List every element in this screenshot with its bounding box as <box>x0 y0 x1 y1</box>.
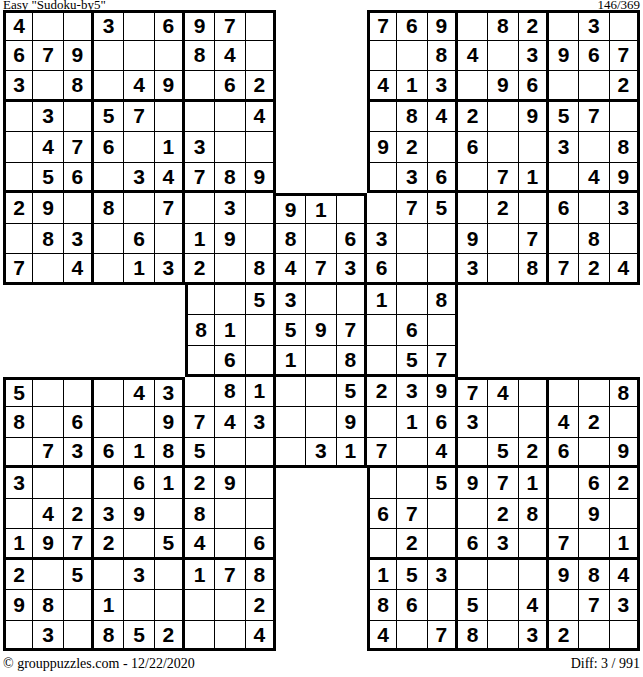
cell-r6c17[interactable]: 7 <box>488 163 518 194</box>
cell-r9c12[interactable]: 3 <box>337 254 367 285</box>
cell-r9c16[interactable]: 3 <box>458 254 488 285</box>
cell-r2c17[interactable] <box>488 41 518 72</box>
cell-r20c9[interactable]: 2 <box>246 590 276 621</box>
cell-r1c9[interactable] <box>246 10 276 41</box>
cell-r7c13[interactable] <box>367 193 397 224</box>
cell-r5c5[interactable] <box>124 132 154 163</box>
cell-r14c3[interactable]: 6 <box>64 407 94 438</box>
cell-r5c1[interactable] <box>3 132 33 163</box>
cell-r5c2[interactable]: 4 <box>33 132 63 163</box>
cell-r8c16[interactable]: 9 <box>458 224 488 255</box>
cell-r16c18[interactable]: 1 <box>519 468 549 499</box>
cell-r14c14[interactable]: 1 <box>397 407 427 438</box>
cell-r21c19[interactable]: 2 <box>549 621 579 652</box>
cell-r17c1[interactable] <box>3 499 33 530</box>
cell-r7c21[interactable]: 3 <box>610 193 640 224</box>
cell-r8c19[interactable] <box>549 224 579 255</box>
cell-r9c21[interactable]: 4 <box>610 254 640 285</box>
cell-r21c6[interactable]: 2 <box>155 621 185 652</box>
cell-r1c6[interactable]: 6 <box>155 10 185 41</box>
cell-r6c13[interactable] <box>367 163 397 194</box>
cell-r9c13[interactable]: 6 <box>367 254 397 285</box>
cell-r12c10[interactable]: 1 <box>276 346 306 377</box>
cell-r17c20[interactable]: 9 <box>579 499 609 530</box>
cell-r8c11[interactable] <box>306 224 336 255</box>
cell-r11c14[interactable]: 6 <box>397 315 427 346</box>
cell-r5c6[interactable]: 1 <box>155 132 185 163</box>
cell-r15c16[interactable] <box>458 438 488 469</box>
cell-r20c4[interactable]: 1 <box>94 590 124 621</box>
cell-r14c18[interactable] <box>519 407 549 438</box>
cell-r17c7[interactable]: 8 <box>185 499 215 530</box>
cell-r11c13[interactable] <box>367 315 397 346</box>
cell-r2c15[interactable]: 8 <box>428 41 458 72</box>
cell-r1c16[interactable] <box>458 10 488 41</box>
cell-r20c5[interactable] <box>124 590 154 621</box>
cell-r19c13[interactable]: 1 <box>367 560 397 591</box>
cell-r11c10[interactable]: 5 <box>276 315 306 346</box>
cell-r15c10[interactable] <box>276 438 306 469</box>
cell-r5c3[interactable]: 7 <box>64 132 94 163</box>
cell-r8c15[interactable] <box>428 224 458 255</box>
cell-r17c19[interactable] <box>549 499 579 530</box>
cell-r20c13[interactable]: 8 <box>367 590 397 621</box>
cell-r14c4[interactable] <box>94 407 124 438</box>
cell-r6c5[interactable]: 3 <box>124 163 154 194</box>
cell-r18c2[interactable]: 9 <box>33 529 63 560</box>
cell-r15c20[interactable] <box>579 438 609 469</box>
cell-r5c13[interactable]: 9 <box>367 132 397 163</box>
cell-r4c4[interactable]: 5 <box>94 102 124 133</box>
cell-r20c17[interactable] <box>488 590 518 621</box>
cell-r14c11[interactable] <box>306 407 336 438</box>
cell-r15c5[interactable]: 1 <box>124 438 154 469</box>
cell-r15c7[interactable]: 5 <box>185 438 215 469</box>
cell-r16c1[interactable]: 3 <box>3 468 33 499</box>
cell-r15c2[interactable]: 7 <box>33 438 63 469</box>
cell-r5c4[interactable]: 6 <box>94 132 124 163</box>
cell-r14c8[interactable]: 4 <box>215 407 245 438</box>
cell-r13c17[interactable]: 4 <box>488 377 518 408</box>
cell-r14c20[interactable]: 2 <box>579 407 609 438</box>
cell-r15c4[interactable]: 6 <box>94 438 124 469</box>
cell-r20c2[interactable]: 8 <box>33 590 63 621</box>
cell-r21c3[interactable] <box>64 621 94 652</box>
cell-r21c17[interactable] <box>488 621 518 652</box>
cell-r19c14[interactable]: 5 <box>397 560 427 591</box>
cell-r19c9[interactable]: 8 <box>246 560 276 591</box>
cell-r3c6[interactable]: 9 <box>155 71 185 102</box>
cell-r6c9[interactable]: 9 <box>246 163 276 194</box>
cell-r14c13[interactable] <box>367 407 397 438</box>
cell-r4c19[interactable]: 5 <box>549 102 579 133</box>
cell-r5c21[interactable]: 8 <box>610 132 640 163</box>
cell-r8c13[interactable]: 3 <box>367 224 397 255</box>
cell-r6c4[interactable] <box>94 163 124 194</box>
cell-r9c20[interactable]: 2 <box>579 254 609 285</box>
cell-r8c4[interactable] <box>94 224 124 255</box>
cell-r12c14[interactable]: 5 <box>397 346 427 377</box>
cell-r17c16[interactable] <box>458 499 488 530</box>
cell-r4c8[interactable] <box>215 102 245 133</box>
cell-r7c18[interactable] <box>519 193 549 224</box>
cell-r13c11[interactable] <box>306 377 336 408</box>
cell-r21c9[interactable]: 4 <box>246 621 276 652</box>
cell-r5c8[interactable] <box>215 132 245 163</box>
cell-r1c7[interactable]: 9 <box>185 10 215 41</box>
cell-r1c4[interactable]: 3 <box>94 10 124 41</box>
cell-r21c13[interactable]: 4 <box>367 621 397 652</box>
cell-r16c5[interactable]: 6 <box>124 468 154 499</box>
cell-r7c1[interactable]: 2 <box>3 193 33 224</box>
cell-r19c8[interactable]: 7 <box>215 560 245 591</box>
cell-r11c7[interactable]: 8 <box>185 315 215 346</box>
cell-r20c3[interactable] <box>64 590 94 621</box>
cell-r6c2[interactable]: 5 <box>33 163 63 194</box>
cell-r2c14[interactable] <box>397 41 427 72</box>
cell-r2c21[interactable]: 7 <box>610 41 640 72</box>
cell-r4c16[interactable]: 2 <box>458 102 488 133</box>
cell-r3c8[interactable]: 6 <box>215 71 245 102</box>
cell-r13c18[interactable] <box>519 377 549 408</box>
cell-r19c2[interactable] <box>33 560 63 591</box>
cell-r10c11[interactable] <box>306 285 336 316</box>
cell-r17c13[interactable]: 6 <box>367 499 397 530</box>
cell-r5c18[interactable] <box>519 132 549 163</box>
cell-r14c1[interactable]: 8 <box>3 407 33 438</box>
cell-r2c7[interactable]: 8 <box>185 41 215 72</box>
cell-r4c20[interactable]: 7 <box>579 102 609 133</box>
cell-r1c3[interactable] <box>64 10 94 41</box>
cell-r14c2[interactable] <box>33 407 63 438</box>
cell-r3c9[interactable]: 2 <box>246 71 276 102</box>
cell-r9c17[interactable] <box>488 254 518 285</box>
cell-r11c8[interactable]: 1 <box>215 315 245 346</box>
cell-r17c8[interactable] <box>215 499 245 530</box>
cell-r12c9[interactable] <box>246 346 276 377</box>
cell-r13c9[interactable]: 1 <box>246 377 276 408</box>
cell-r17c17[interactable]: 2 <box>488 499 518 530</box>
cell-r14c7[interactable]: 7 <box>185 407 215 438</box>
cell-r2c2[interactable]: 7 <box>33 41 63 72</box>
cell-r2c13[interactable] <box>367 41 397 72</box>
cell-r21c20[interactable] <box>579 621 609 652</box>
cell-r15c14[interactable] <box>397 438 427 469</box>
cell-r21c16[interactable]: 8 <box>458 621 488 652</box>
cell-r2c16[interactable]: 4 <box>458 41 488 72</box>
cell-r20c7[interactable] <box>185 590 215 621</box>
cell-r18c5[interactable] <box>124 529 154 560</box>
cell-r15c21[interactable]: 9 <box>610 438 640 469</box>
cell-r16c14[interactable] <box>397 468 427 499</box>
cell-r8c6[interactable] <box>155 224 185 255</box>
cell-r16c19[interactable] <box>549 468 579 499</box>
cell-r16c13[interactable] <box>367 468 397 499</box>
cell-r19c1[interactable]: 2 <box>3 560 33 591</box>
cell-r3c21[interactable]: 2 <box>610 71 640 102</box>
cell-r16c8[interactable]: 9 <box>215 468 245 499</box>
cell-r6c21[interactable]: 9 <box>610 163 640 194</box>
cell-r13c6[interactable]: 3 <box>155 377 185 408</box>
cell-r9c15[interactable] <box>428 254 458 285</box>
cell-r3c15[interactable]: 3 <box>428 71 458 102</box>
cell-r13c10[interactable] <box>276 377 306 408</box>
cell-r2c9[interactable] <box>246 41 276 72</box>
cell-r12c8[interactable]: 6 <box>215 346 245 377</box>
cell-r7c17[interactable]: 2 <box>488 193 518 224</box>
cell-r8c5[interactable]: 6 <box>124 224 154 255</box>
cell-r7c6[interactable]: 7 <box>155 193 185 224</box>
cell-r5c16[interactable]: 6 <box>458 132 488 163</box>
cell-r16c9[interactable] <box>246 468 276 499</box>
cell-r12c15[interactable]: 7 <box>428 346 458 377</box>
cell-r11c15[interactable] <box>428 315 458 346</box>
cell-r8c1[interactable] <box>3 224 33 255</box>
cell-r16c20[interactable]: 6 <box>579 468 609 499</box>
cell-r6c8[interactable]: 8 <box>215 163 245 194</box>
cell-r5c14[interactable]: 2 <box>397 132 427 163</box>
cell-r2c20[interactable]: 6 <box>579 41 609 72</box>
cell-r21c5[interactable]: 5 <box>124 621 154 652</box>
cell-r17c15[interactable] <box>428 499 458 530</box>
cell-r15c15[interactable]: 4 <box>428 438 458 469</box>
cell-r7c20[interactable] <box>579 193 609 224</box>
cell-r13c21[interactable]: 8 <box>610 377 640 408</box>
cell-r7c15[interactable]: 5 <box>428 193 458 224</box>
cell-r19c19[interactable]: 9 <box>549 560 579 591</box>
cell-r19c20[interactable]: 8 <box>579 560 609 591</box>
cell-r8c2[interactable]: 8 <box>33 224 63 255</box>
cell-r8c9[interactable] <box>246 224 276 255</box>
cell-r18c1[interactable]: 1 <box>3 529 33 560</box>
cell-r1c21[interactable] <box>610 10 640 41</box>
cell-r9c8[interactable] <box>215 254 245 285</box>
cell-r10c13[interactable]: 1 <box>367 285 397 316</box>
cell-r13c13[interactable]: 2 <box>367 377 397 408</box>
cell-r2c8[interactable]: 4 <box>215 41 245 72</box>
cell-r15c11[interactable]: 3 <box>306 438 336 469</box>
cell-r1c5[interactable] <box>124 10 154 41</box>
cell-r15c19[interactable]: 6 <box>549 438 579 469</box>
cell-r15c9[interactable] <box>246 438 276 469</box>
cell-r16c3[interactable] <box>64 468 94 499</box>
cell-r9c10[interactable]: 4 <box>276 254 306 285</box>
cell-r21c7[interactable] <box>185 621 215 652</box>
cell-r8c14[interactable] <box>397 224 427 255</box>
cell-r12c12[interactable]: 8 <box>337 346 367 377</box>
cell-r8c3[interactable]: 3 <box>64 224 94 255</box>
cell-r9c2[interactable] <box>33 254 63 285</box>
cell-r10c9[interactable]: 5 <box>246 285 276 316</box>
cell-r16c7[interactable]: 2 <box>185 468 215 499</box>
cell-r14c17[interactable] <box>488 407 518 438</box>
cell-r14c5[interactable] <box>124 407 154 438</box>
cell-r13c5[interactable]: 4 <box>124 377 154 408</box>
cell-r4c3[interactable] <box>64 102 94 133</box>
cell-r6c3[interactable]: 6 <box>64 163 94 194</box>
cell-r20c14[interactable]: 6 <box>397 590 427 621</box>
cell-r5c15[interactable] <box>428 132 458 163</box>
cell-r13c4[interactable] <box>94 377 124 408</box>
cell-r7c5[interactable] <box>124 193 154 224</box>
cell-r12c7[interactable] <box>185 346 215 377</box>
cell-r14c12[interactable]: 9 <box>337 407 367 438</box>
cell-r2c5[interactable] <box>124 41 154 72</box>
cell-r16c17[interactable]: 7 <box>488 468 518 499</box>
cell-r12c13[interactable] <box>367 346 397 377</box>
cell-r16c6[interactable]: 1 <box>155 468 185 499</box>
cell-r9c14[interactable] <box>397 254 427 285</box>
cell-r4c7[interactable] <box>185 102 215 133</box>
cell-r5c20[interactable] <box>579 132 609 163</box>
cell-r8c8[interactable]: 9 <box>215 224 245 255</box>
cell-r19c18[interactable] <box>519 560 549 591</box>
cell-r14c9[interactable]: 3 <box>246 407 276 438</box>
cell-r6c15[interactable]: 6 <box>428 163 458 194</box>
cell-r3c14[interactable]: 1 <box>397 71 427 102</box>
cell-r9c3[interactable]: 4 <box>64 254 94 285</box>
cell-r4c9[interactable]: 4 <box>246 102 276 133</box>
cell-r5c7[interactable]: 3 <box>185 132 215 163</box>
cell-r2c19[interactable]: 9 <box>549 41 579 72</box>
cell-r3c2[interactable] <box>33 71 63 102</box>
cell-r14c21[interactable] <box>610 407 640 438</box>
cell-r5c19[interactable]: 3 <box>549 132 579 163</box>
cell-r10c8[interactable] <box>215 285 245 316</box>
cell-r12c11[interactable] <box>306 346 336 377</box>
cell-r6c6[interactable]: 4 <box>155 163 185 194</box>
cell-r17c21[interactable] <box>610 499 640 530</box>
cell-r7c14[interactable]: 7 <box>397 193 427 224</box>
cell-r1c17[interactable]: 8 <box>488 10 518 41</box>
cell-r18c7[interactable]: 4 <box>185 529 215 560</box>
cell-r19c7[interactable]: 1 <box>185 560 215 591</box>
cell-r15c13[interactable]: 7 <box>367 438 397 469</box>
cell-r3c5[interactable]: 4 <box>124 71 154 102</box>
cell-r16c16[interactable]: 9 <box>458 468 488 499</box>
cell-r8c18[interactable]: 7 <box>519 224 549 255</box>
cell-r3c16[interactable] <box>458 71 488 102</box>
cell-r18c16[interactable]: 6 <box>458 529 488 560</box>
cell-r5c9[interactable] <box>246 132 276 163</box>
cell-r7c12[interactable] <box>337 193 367 224</box>
cell-r19c21[interactable]: 4 <box>610 560 640 591</box>
cell-r20c21[interactable]: 3 <box>610 590 640 621</box>
cell-r8c12[interactable]: 6 <box>337 224 367 255</box>
cell-r13c7[interactable] <box>185 377 215 408</box>
cell-r6c20[interactable]: 4 <box>579 163 609 194</box>
cell-r8c17[interactable] <box>488 224 518 255</box>
cell-r18c6[interactable]: 5 <box>155 529 185 560</box>
cell-r7c7[interactable] <box>185 193 215 224</box>
cell-r3c18[interactable]: 6 <box>519 71 549 102</box>
cell-r17c14[interactable]: 7 <box>397 499 427 530</box>
cell-r14c16[interactable]: 3 <box>458 407 488 438</box>
cell-r17c6[interactable] <box>155 499 185 530</box>
cell-r8c10[interactable]: 8 <box>276 224 306 255</box>
cell-r18c4[interactable]: 2 <box>94 529 124 560</box>
cell-r18c13[interactable] <box>367 529 397 560</box>
cell-r4c15[interactable]: 4 <box>428 102 458 133</box>
cell-r4c5[interactable]: 7 <box>124 102 154 133</box>
cell-r7c3[interactable] <box>64 193 94 224</box>
cell-r3c19[interactable] <box>549 71 579 102</box>
cell-r3c4[interactable] <box>94 71 124 102</box>
cell-r8c20[interactable]: 8 <box>579 224 609 255</box>
cell-r3c20[interactable] <box>579 71 609 102</box>
cell-r3c7[interactable] <box>185 71 215 102</box>
cell-r18c14[interactable]: 2 <box>397 529 427 560</box>
cell-r21c2[interactable]: 3 <box>33 621 63 652</box>
cell-r13c20[interactable] <box>579 377 609 408</box>
cell-r19c4[interactable] <box>94 560 124 591</box>
cell-r19c17[interactable] <box>488 560 518 591</box>
cell-r8c21[interactable] <box>610 224 640 255</box>
cell-r7c8[interactable]: 3 <box>215 193 245 224</box>
cell-r20c16[interactable]: 5 <box>458 590 488 621</box>
cell-r21c21[interactable] <box>610 621 640 652</box>
cell-r9c7[interactable]: 2 <box>185 254 215 285</box>
cell-r14c19[interactable]: 4 <box>549 407 579 438</box>
cell-r7c2[interactable]: 9 <box>33 193 63 224</box>
cell-r1c14[interactable]: 6 <box>397 10 427 41</box>
cell-r20c1[interactable]: 9 <box>3 590 33 621</box>
cell-r7c10[interactable]: 9 <box>276 193 306 224</box>
cell-r15c18[interactable]: 2 <box>519 438 549 469</box>
cell-r4c2[interactable]: 3 <box>33 102 63 133</box>
cell-r19c5[interactable]: 3 <box>124 560 154 591</box>
cell-r21c15[interactable]: 7 <box>428 621 458 652</box>
cell-r9c18[interactable]: 8 <box>519 254 549 285</box>
cell-r13c8[interactable]: 8 <box>215 377 245 408</box>
cell-r20c15[interactable] <box>428 590 458 621</box>
cell-r9c9[interactable]: 8 <box>246 254 276 285</box>
cell-r1c13[interactable]: 7 <box>367 10 397 41</box>
cell-r7c19[interactable]: 6 <box>549 193 579 224</box>
cell-r15c6[interactable]: 8 <box>155 438 185 469</box>
cell-r3c13[interactable]: 4 <box>367 71 397 102</box>
cell-r18c17[interactable]: 3 <box>488 529 518 560</box>
cell-r16c2[interactable] <box>33 468 63 499</box>
cell-r1c19[interactable] <box>549 10 579 41</box>
cell-r15c17[interactable]: 5 <box>488 438 518 469</box>
cell-r4c14[interactable]: 8 <box>397 102 427 133</box>
cell-r4c1[interactable] <box>3 102 33 133</box>
cell-r13c1[interactable]: 5 <box>3 377 33 408</box>
cell-r9c1[interactable]: 7 <box>3 254 33 285</box>
cell-r18c15[interactable] <box>428 529 458 560</box>
cell-r17c18[interactable]: 8 <box>519 499 549 530</box>
cell-r14c15[interactable]: 6 <box>428 407 458 438</box>
cell-r14c10[interactable] <box>276 407 306 438</box>
cell-r1c15[interactable]: 9 <box>428 10 458 41</box>
cell-r10c7[interactable] <box>185 285 215 316</box>
cell-r9c5[interactable]: 1 <box>124 254 154 285</box>
cell-r4c13[interactable] <box>367 102 397 133</box>
cell-r17c4[interactable]: 3 <box>94 499 124 530</box>
cell-r7c4[interactable]: 8 <box>94 193 124 224</box>
cell-r9c6[interactable]: 3 <box>155 254 185 285</box>
cell-r13c15[interactable]: 9 <box>428 377 458 408</box>
cell-r1c20[interactable]: 3 <box>579 10 609 41</box>
cell-r4c21[interactable] <box>610 102 640 133</box>
cell-r20c18[interactable]: 4 <box>519 590 549 621</box>
cell-r13c12[interactable]: 5 <box>337 377 367 408</box>
cell-r10c10[interactable]: 3 <box>276 285 306 316</box>
cell-r18c20[interactable] <box>579 529 609 560</box>
cell-r13c16[interactable]: 7 <box>458 377 488 408</box>
cell-r19c6[interactable] <box>155 560 185 591</box>
